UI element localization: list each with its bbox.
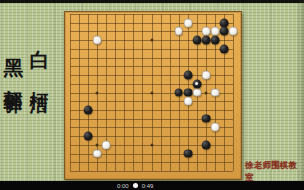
current-time: 0:00 <box>117 183 129 189</box>
stone-white <box>192 88 201 97</box>
stone-white <box>210 27 219 36</box>
stone-white <box>210 88 219 97</box>
total-time: 0:49 <box>142 183 154 189</box>
stone-white <box>229 27 238 36</box>
white-player-name: 柯洁 <box>30 76 49 82</box>
grid-line <box>70 162 233 163</box>
stone-white <box>210 123 219 132</box>
stone-black <box>220 18 229 27</box>
stone-black <box>210 36 219 45</box>
stone-white <box>102 140 111 149</box>
seek-knob[interactable] <box>133 183 138 188</box>
stone-black <box>183 71 192 80</box>
stone-black <box>220 44 229 53</box>
star-point <box>96 143 99 146</box>
stone-white <box>201 27 210 36</box>
grid-line <box>224 14 225 171</box>
black-player-label: 黑 <box>4 42 24 44</box>
star-point <box>150 39 153 42</box>
grid-line <box>70 110 233 111</box>
grid-line <box>70 127 233 128</box>
stone-white <box>174 27 183 36</box>
video-surface[interactable]: 白 柯洁 黑 郭信驿 徐老师围棋教室 0:00 0:49 <box>0 0 304 190</box>
star-point <box>96 91 99 94</box>
grid-line <box>161 14 162 171</box>
stone-black <box>174 88 183 97</box>
stone-black <box>84 106 93 115</box>
stone-white <box>201 71 210 80</box>
stone-black <box>192 36 201 45</box>
board-grid <box>70 14 233 171</box>
stone-white <box>93 149 102 158</box>
grid-line <box>233 14 234 171</box>
stone-black <box>192 79 201 88</box>
star-point <box>204 91 207 94</box>
star-point <box>150 143 153 146</box>
stone-black <box>201 36 210 45</box>
go-board <box>64 11 242 180</box>
stone-white <box>183 18 192 27</box>
white-player-label: 白 <box>30 34 50 36</box>
stone-black <box>183 149 192 158</box>
stone-white <box>183 97 192 106</box>
grid-line <box>70 136 233 137</box>
video-controls-bar[interactable]: 0:00 0:49 <box>0 181 304 190</box>
grid-line <box>170 14 171 171</box>
stone-black <box>201 140 210 149</box>
stone-black <box>220 27 229 36</box>
stone-black <box>84 132 93 141</box>
stone-white <box>93 36 102 45</box>
letterbox-top <box>0 0 304 3</box>
star-point <box>150 91 153 94</box>
last-move-marker <box>195 82 198 85</box>
stone-black <box>183 88 192 97</box>
grid-line <box>70 101 233 102</box>
stone-black <box>201 114 210 123</box>
black-player-name: 郭信驿 <box>4 74 23 83</box>
grid-line <box>70 171 233 172</box>
